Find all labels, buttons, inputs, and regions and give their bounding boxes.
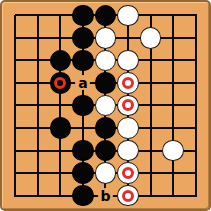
- intersection-c9-r4[interactable]: [184, 72, 207, 95]
- circle-mark-icon: [122, 167, 134, 179]
- white-stone[interactable]: [95, 162, 117, 184]
- intersection-c9-r6[interactable]: [184, 117, 207, 140]
- black-stone[interactable]: [72, 50, 94, 72]
- intersection-c3-r3[interactable]: [49, 49, 72, 72]
- intersection-c9-r8[interactable]: [184, 162, 207, 185]
- white-stone[interactable]: [117, 72, 139, 94]
- intersection-c7-r3[interactable]: [139, 49, 162, 72]
- point-label-b: b: [94, 184, 117, 207]
- intersection-c4-r4[interactable]: a: [72, 72, 95, 95]
- intersection-c2-r7[interactable]: [27, 139, 50, 162]
- intersection-c5-r6[interactable]: [94, 117, 117, 140]
- intersection-c4-r9[interactable]: [72, 184, 95, 207]
- intersection-c1-r8[interactable]: [4, 162, 27, 185]
- intersection-c3-r8[interactable]: [49, 162, 72, 185]
- intersection-c2-r9[interactable]: [27, 184, 50, 207]
- intersection-c9-r9[interactable]: [184, 184, 207, 207]
- intersection-c7-r4[interactable]: [139, 72, 162, 95]
- circle-mark-icon: [122, 77, 134, 89]
- intersection-c6-r8[interactable]: [117, 162, 140, 185]
- black-stone[interactable]: [72, 95, 94, 117]
- intersection-c5-r9[interactable]: b: [94, 184, 117, 207]
- intersection-c8-r5[interactable]: [162, 94, 185, 117]
- intersection-c1-r6[interactable]: [4, 117, 27, 140]
- intersection-c2-r5[interactable]: [27, 94, 50, 117]
- black-stone[interactable]: [72, 185, 94, 207]
- intersection-c8-r2[interactable]: [162, 27, 185, 50]
- intersection-c6-r4[interactable]: [117, 72, 140, 95]
- intersection-c8-r6[interactable]: [162, 117, 185, 140]
- intersection-c4-r1[interactable]: [72, 4, 95, 27]
- intersection-c3-r1[interactable]: [49, 4, 72, 27]
- intersection-c4-r7[interactable]: [72, 139, 95, 162]
- point-label-a: a: [72, 72, 95, 95]
- intersection-c7-r7[interactable]: [139, 139, 162, 162]
- intersection-c7-r1[interactable]: [139, 4, 162, 27]
- intersection-c6-r3[interactable]: [117, 49, 140, 72]
- intersection-c7-r6[interactable]: [139, 117, 162, 140]
- intersection-c1-r1[interactable]: [4, 4, 27, 27]
- label-text: a: [78, 76, 87, 90]
- white-stone[interactable]: [117, 185, 139, 207]
- go-diagram: ab: [0, 0, 211, 211]
- intersection-c1-r2[interactable]: [4, 27, 27, 50]
- intersection-c3-r4[interactable]: [49, 72, 72, 95]
- black-stone[interactable]: [95, 5, 117, 27]
- intersection-c9-r3[interactable]: [184, 49, 207, 72]
- intersection-c4-r2[interactable]: [72, 27, 95, 50]
- white-stone[interactable]: [117, 5, 139, 27]
- intersection-c5-r2[interactable]: [94, 27, 117, 50]
- circle-mark-icon: [54, 77, 66, 89]
- intersection-c8-r4[interactable]: [162, 72, 185, 95]
- intersection-c5-r8[interactable]: [94, 162, 117, 185]
- white-stone[interactable]: [117, 117, 139, 139]
- black-stone[interactable]: [50, 50, 72, 72]
- black-stone[interactable]: [95, 72, 117, 94]
- label-text: b: [100, 189, 110, 203]
- intersection-c2-r8[interactable]: [27, 162, 50, 185]
- black-stone[interactable]: [72, 27, 94, 49]
- go-board: ab: [0, 0, 211, 211]
- intersection-c6-r1[interactable]: [117, 4, 140, 27]
- intersection-c1-r5[interactable]: [4, 94, 27, 117]
- black-stone[interactable]: [95, 140, 117, 162]
- intersection-c2-r2[interactable]: [27, 27, 50, 50]
- white-stone[interactable]: [117, 50, 139, 72]
- intersection-c6-r9[interactable]: [117, 184, 140, 207]
- intersection-c8-r1[interactable]: [162, 4, 185, 27]
- black-stone[interactable]: [50, 117, 72, 139]
- intersection-c2-r3[interactable]: [27, 49, 50, 72]
- white-stone[interactable]: [117, 162, 139, 184]
- intersection-c9-r1[interactable]: [184, 4, 207, 27]
- intersection-c9-r5[interactable]: [184, 94, 207, 117]
- intersection-c6-r5[interactable]: [117, 94, 140, 117]
- black-stone[interactable]: [72, 5, 94, 27]
- intersection-c6-r7[interactable]: [117, 139, 140, 162]
- white-stone[interactable]: [117, 140, 139, 162]
- intersection-c5-r4[interactable]: [94, 72, 117, 95]
- circle-mark-icon: [122, 190, 134, 202]
- white-stone[interactable]: [162, 140, 184, 162]
- intersection-c8-r9[interactable]: [162, 184, 185, 207]
- intersection-c6-r6[interactable]: [117, 117, 140, 140]
- intersection-c4-r6[interactable]: [72, 117, 95, 140]
- white-stone[interactable]: [95, 50, 117, 72]
- white-stone[interactable]: [140, 27, 162, 49]
- black-stone[interactable]: [50, 72, 72, 94]
- board-grid: ab: [4, 4, 207, 207]
- intersection-c8-r3[interactable]: [162, 49, 185, 72]
- white-stone[interactable]: [95, 27, 117, 49]
- intersection-c5-r7[interactable]: [94, 139, 117, 162]
- intersection-c1-r4[interactable]: [4, 72, 27, 95]
- circle-mark-icon: [122, 99, 134, 111]
- intersection-c3-r6[interactable]: [49, 117, 72, 140]
- white-stone[interactable]: [95, 95, 117, 117]
- intersection-c7-r9[interactable]: [139, 184, 162, 207]
- intersection-c1-r9[interactable]: [4, 184, 27, 207]
- white-stone[interactable]: [117, 95, 139, 117]
- intersection-c2-r6[interactable]: [27, 117, 50, 140]
- intersection-c9-r7[interactable]: [184, 139, 207, 162]
- intersection-c7-r8[interactable]: [139, 162, 162, 185]
- intersection-c3-r2[interactable]: [49, 27, 72, 50]
- intersection-c6-r2[interactable]: [117, 27, 140, 50]
- intersection-c3-r7[interactable]: [49, 139, 72, 162]
- intersection-c2-r1[interactable]: [27, 4, 50, 27]
- intersection-c7-r5[interactable]: [139, 94, 162, 117]
- intersection-c7-r2[interactable]: [139, 27, 162, 50]
- intersection-c9-r2[interactable]: [184, 27, 207, 50]
- intersection-c1-r7[interactable]: [4, 139, 27, 162]
- black-stone[interactable]: [95, 117, 117, 139]
- intersection-c4-r3[interactable]: [72, 49, 95, 72]
- intersection-c4-r5[interactable]: [72, 94, 95, 117]
- intersection-c5-r3[interactable]: [94, 49, 117, 72]
- black-stone[interactable]: [72, 162, 94, 184]
- black-stone[interactable]: [72, 140, 94, 162]
- intersection-c1-r3[interactable]: [4, 49, 27, 72]
- intersection-c2-r4[interactable]: [27, 72, 50, 95]
- intersection-c5-r1[interactable]: [94, 4, 117, 27]
- intersection-c4-r8[interactable]: [72, 162, 95, 185]
- intersection-c8-r8[interactable]: [162, 162, 185, 185]
- intersection-c3-r5[interactable]: [49, 94, 72, 117]
- intersection-c8-r7[interactable]: [162, 139, 185, 162]
- intersection-c3-r9[interactable]: [49, 184, 72, 207]
- intersection-c5-r5[interactable]: [94, 94, 117, 117]
